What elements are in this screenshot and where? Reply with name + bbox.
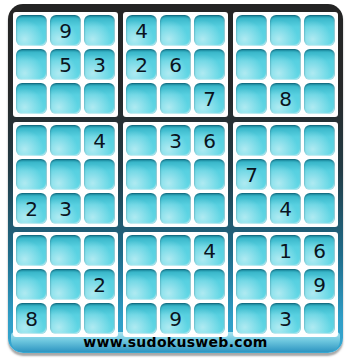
sudoku-cell-r8c4[interactable] <box>126 269 157 300</box>
sudoku-cell-r1c6[interactable] <box>194 15 225 46</box>
board-frame: www.sudokusweb.com 953426784233674284916… <box>8 4 343 353</box>
sudoku-cell-r5c2[interactable] <box>50 159 81 190</box>
sudoku-cell-r5c8[interactable] <box>270 159 301 190</box>
sudoku-cell-r9c7[interactable] <box>236 303 267 334</box>
sudoku-cell-r4c9[interactable] <box>304 125 335 156</box>
sudoku-cell-r7c4[interactable] <box>126 235 157 266</box>
sudoku-cell-r3c3[interactable] <box>84 83 115 114</box>
sudoku-cell-r2c5[interactable]: 6 <box>160 49 191 80</box>
sudoku-cell-r6c6[interactable] <box>194 193 225 224</box>
sudoku-box-6: 74 <box>233 122 338 227</box>
sudoku-cell-r2c7[interactable] <box>236 49 267 80</box>
sudoku-cell-r6c9[interactable] <box>304 193 335 224</box>
sudoku-cell-r4c3[interactable]: 4 <box>84 125 115 156</box>
sudoku-cell-r1c4[interactable]: 4 <box>126 15 157 46</box>
sudoku-cell-r4c6[interactable]: 6 <box>194 125 225 156</box>
sudoku-cell-r3c7[interactable] <box>236 83 267 114</box>
sudoku-cell-r2c8[interactable] <box>270 49 301 80</box>
sudoku-cell-r9c4[interactable] <box>126 303 157 334</box>
sudoku-cell-r7c2[interactable] <box>50 235 81 266</box>
sudoku-cell-r8c6[interactable] <box>194 269 225 300</box>
sudoku-cell-r2c4[interactable]: 2 <box>126 49 157 80</box>
sudoku-cell-r4c1[interactable] <box>16 125 47 156</box>
sudoku-box-7: 28 <box>13 232 118 337</box>
sudoku-cell-r8c5[interactable] <box>160 269 191 300</box>
sudoku-cell-r9c9[interactable] <box>304 303 335 334</box>
sudoku-cell-r1c1[interactable] <box>16 15 47 46</box>
sudoku-cell-r6c3[interactable] <box>84 193 115 224</box>
sudoku-cell-r4c2[interactable] <box>50 125 81 156</box>
sudoku-cell-r7c6[interactable]: 4 <box>194 235 225 266</box>
sudoku-cell-r8c2[interactable] <box>50 269 81 300</box>
sudoku-cell-r2c1[interactable] <box>16 49 47 80</box>
sudoku-cell-r3c9[interactable] <box>304 83 335 114</box>
sudoku-cell-r3c2[interactable] <box>50 83 81 114</box>
sudoku-cell-r5c7[interactable]: 7 <box>236 159 267 190</box>
sudoku-box-4: 423 <box>13 122 118 227</box>
sudoku-cell-r5c6[interactable] <box>194 159 225 190</box>
sudoku-cell-r8c3[interactable]: 2 <box>84 269 115 300</box>
sudoku-cell-r1c2[interactable]: 9 <box>50 15 81 46</box>
sudoku-cell-r8c9[interactable]: 9 <box>304 269 335 300</box>
sudoku-cell-r1c9[interactable] <box>304 15 335 46</box>
sudoku-cell-r9c2[interactable] <box>50 303 81 334</box>
sudoku-cell-r9c8[interactable]: 3 <box>270 303 301 334</box>
sudoku-cell-r3c4[interactable] <box>126 83 157 114</box>
sudoku-box-1: 953 <box>13 12 118 117</box>
sudoku-cell-r7c3[interactable] <box>84 235 115 266</box>
sudoku-board: 95342678423367428491693 <box>13 12 338 337</box>
sudoku-box-9: 1693 <box>233 232 338 337</box>
sudoku-cell-r4c8[interactable] <box>270 125 301 156</box>
sudoku-cell-r5c9[interactable] <box>304 159 335 190</box>
sudoku-cell-r6c2[interactable]: 3 <box>50 193 81 224</box>
sudoku-cell-r9c6[interactable] <box>194 303 225 334</box>
sudoku-cell-r1c3[interactable] <box>84 15 115 46</box>
sudoku-cell-r2c6[interactable] <box>194 49 225 80</box>
sudoku-cell-r4c4[interactable] <box>126 125 157 156</box>
sudoku-box-5: 36 <box>123 122 228 227</box>
sudoku-cell-r6c8[interactable]: 4 <box>270 193 301 224</box>
sudoku-cell-r9c3[interactable] <box>84 303 115 334</box>
sudoku-box-2: 4267 <box>123 12 228 117</box>
sudoku-cell-r3c8[interactable]: 8 <box>270 83 301 114</box>
sudoku-cell-r5c5[interactable] <box>160 159 191 190</box>
sudoku-cell-r8c8[interactable] <box>270 269 301 300</box>
sudoku-cell-r6c1[interactable]: 2 <box>16 193 47 224</box>
sudoku-cell-r8c7[interactable] <box>236 269 267 300</box>
sudoku-cell-r2c3[interactable]: 3 <box>84 49 115 80</box>
sudoku-cell-r8c1[interactable] <box>16 269 47 300</box>
sudoku-cell-r9c5[interactable]: 9 <box>160 303 191 334</box>
sudoku-box-3: 8 <box>233 12 338 117</box>
sudoku-cell-r6c5[interactable] <box>160 193 191 224</box>
sudoku-cell-r3c6[interactable]: 7 <box>194 83 225 114</box>
sudoku-cell-r1c8[interactable] <box>270 15 301 46</box>
sudoku-cell-r1c7[interactable] <box>236 15 267 46</box>
sudoku-cell-r4c7[interactable] <box>236 125 267 156</box>
sudoku-cell-r7c9[interactable]: 6 <box>304 235 335 266</box>
sudoku-cell-r4c5[interactable]: 3 <box>160 125 191 156</box>
sudoku-cell-r3c5[interactable] <box>160 83 191 114</box>
sudoku-cell-r9c1[interactable]: 8 <box>16 303 47 334</box>
sudoku-box-8: 49 <box>123 232 228 337</box>
sudoku-cell-r7c1[interactable] <box>16 235 47 266</box>
sudoku-cell-r6c4[interactable] <box>126 193 157 224</box>
sudoku-cell-r2c9[interactable] <box>304 49 335 80</box>
sudoku-cell-r2c2[interactable]: 5 <box>50 49 81 80</box>
sudoku-cell-r6c7[interactable] <box>236 193 267 224</box>
sudoku-cell-r7c7[interactable] <box>236 235 267 266</box>
sudoku-cell-r1c5[interactable] <box>160 15 191 46</box>
sudoku-cell-r7c8[interactable]: 1 <box>270 235 301 266</box>
sudoku-cell-r7c5[interactable] <box>160 235 191 266</box>
sudoku-cell-r3c1[interactable] <box>16 83 47 114</box>
sudoku-cell-r5c4[interactable] <box>126 159 157 190</box>
sudoku-cell-r5c1[interactable] <box>16 159 47 190</box>
sudoku-cell-r5c3[interactable] <box>84 159 115 190</box>
